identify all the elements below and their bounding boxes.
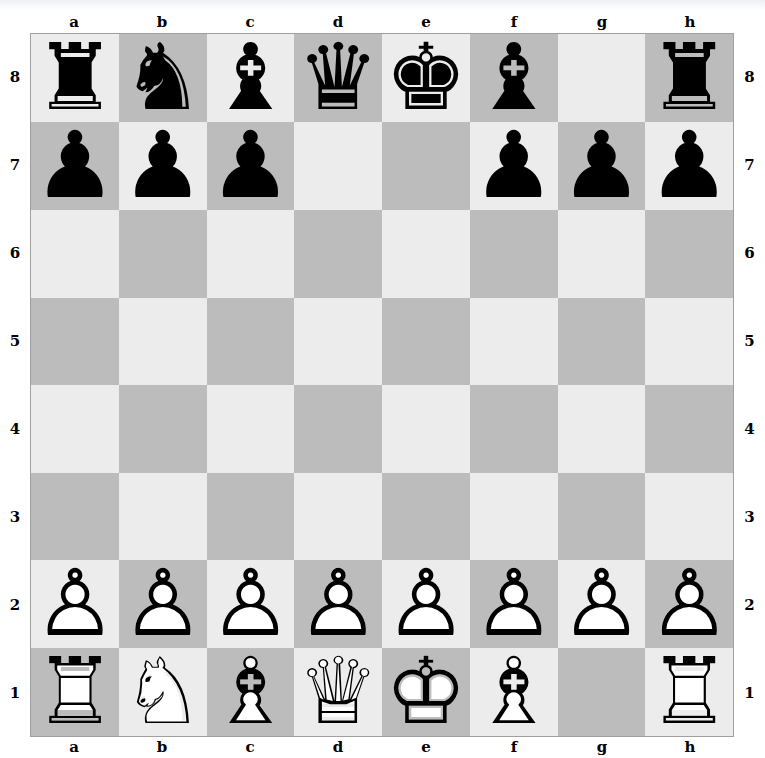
square-a2[interactable]: ♟♙ [31,560,119,648]
square-f8[interactable]: ♝ [470,34,558,122]
black-rook-piece: ♜ [34,34,116,122]
square-g3[interactable] [558,473,646,561]
rank-labels-right: 87654321 [734,33,765,737]
square-f6[interactable] [470,210,558,298]
piece-outline: ♖ [648,638,730,745]
square-c2[interactable]: ♟♙ [207,560,295,648]
square-g1[interactable] [558,648,646,736]
white-queen-piece: ♛♕ [297,648,379,736]
black-pawn-piece: ♟ [472,122,554,210]
square-b4[interactable] [119,385,207,473]
square-c3[interactable] [207,473,295,561]
square-c8[interactable]: ♝ [207,34,295,122]
white-bishop-piece: ♝♗ [472,648,554,736]
rank-label-4: 4 [0,385,30,473]
rank-label-8: 8 [734,33,765,121]
black-rook-piece: ♜ [648,34,730,122]
white-pawn-piece: ♟♙ [121,560,203,648]
black-queen-piece: ♛ [297,34,379,122]
square-c7[interactable]: ♟ [207,122,295,210]
white-rook-piece: ♜♖ [648,648,730,736]
square-h7[interactable]: ♟ [645,122,733,210]
square-h2[interactable]: ♟♙ [645,560,733,648]
square-h1[interactable]: ♜♖ [645,648,733,736]
white-pawn-piece: ♟♙ [209,560,291,648]
square-c6[interactable] [207,210,295,298]
square-g4[interactable] [558,385,646,473]
square-h5[interactable] [645,298,733,386]
white-rook-piece: ♜♖ [34,648,116,736]
square-h4[interactable] [645,385,733,473]
black-king-piece: ♚ [385,34,467,122]
square-b2[interactable]: ♟♙ [119,560,207,648]
square-f1[interactable]: ♝♗ [470,648,558,736]
corner-top-left [0,0,30,33]
corner-bottom-right [734,737,765,758]
piece-outline: ♗ [209,638,291,745]
square-b7[interactable]: ♟ [119,122,207,210]
rank-label-6: 6 [0,209,30,297]
rank-label-1: 1 [734,649,765,737]
chess-board: ♜♞♝♛♚♝♜♟♟♟♟♟♟♟♙♟♙♟♙♟♙♟♙♟♙♟♙♟♙♜♖♞♘♝♗♛♕♚♔♝… [30,33,734,737]
corner-top-right [734,0,765,33]
square-g8[interactable] [558,34,646,122]
square-d7[interactable] [294,122,382,210]
black-bishop-piece: ♝ [209,34,291,122]
chess-diagram-page: { "game": "chess", "position": { "fen": … [0,0,765,758]
square-a6[interactable] [31,210,119,298]
white-pawn-piece: ♟♙ [297,560,379,648]
square-d8[interactable]: ♛ [294,34,382,122]
piece-outline: ♙ [560,550,642,657]
board-layout: abcdefgh 87654321 ♜♞♝♛♚♝♜♟♟♟♟♟♟♟♙♟♙♟♙♟♙♟… [0,0,765,758]
square-g5[interactable] [558,298,646,386]
square-f7[interactable]: ♟ [470,122,558,210]
black-pawn-piece: ♟ [121,122,203,210]
square-d2[interactable]: ♟♙ [294,560,382,648]
piece-outline: ♗ [472,638,554,745]
black-pawn-piece: ♟ [209,122,291,210]
square-e3[interactable] [382,473,470,561]
square-h8[interactable]: ♜ [645,34,733,122]
square-f4[interactable] [470,385,558,473]
square-e1[interactable]: ♚♔ [382,648,470,736]
square-g2[interactable]: ♟♙ [558,560,646,648]
black-pawn-piece: ♟ [34,122,116,210]
corner-bottom-left [0,737,30,758]
rank-label-7: 7 [0,121,30,209]
piece-outline: ♘ [121,638,203,745]
rank-label-2: 2 [734,561,765,649]
white-pawn-piece: ♟♙ [560,560,642,648]
white-pawn-piece: ♟♙ [472,560,554,648]
square-e7[interactable] [382,122,470,210]
square-b8[interactable]: ♞ [119,34,207,122]
file-label-g: g [558,737,646,756]
square-b1[interactable]: ♞♘ [119,648,207,736]
square-a5[interactable] [31,298,119,386]
rank-label-4: 4 [734,385,765,473]
square-d1[interactable]: ♛♕ [294,648,382,736]
square-e6[interactable] [382,210,470,298]
rank-label-7: 7 [734,121,765,209]
square-g6[interactable] [558,210,646,298]
square-d6[interactable] [294,210,382,298]
square-c1[interactable]: ♝♗ [207,648,295,736]
square-b5[interactable] [119,298,207,386]
white-king-piece: ♚♔ [385,648,467,736]
square-a7[interactable]: ♟ [31,122,119,210]
piece-outline: ♕ [297,638,379,745]
rank-label-3: 3 [0,473,30,561]
square-a8[interactable]: ♜ [31,34,119,122]
rank-label-3: 3 [734,473,765,561]
square-d4[interactable] [294,385,382,473]
square-f5[interactable] [470,298,558,386]
square-h3[interactable] [645,473,733,561]
piece-outline: ♔ [385,638,467,745]
square-c4[interactable] [207,385,295,473]
square-a3[interactable] [31,473,119,561]
black-pawn-piece: ♟ [560,122,642,210]
square-b3[interactable] [119,473,207,561]
square-a4[interactable] [31,385,119,473]
piece-outline: ♖ [34,638,116,745]
rank-label-5: 5 [734,297,765,385]
square-d3[interactable] [294,473,382,561]
square-a1[interactable]: ♜♖ [31,648,119,736]
rank-labels-left: 87654321 [0,33,30,737]
square-g7[interactable]: ♟ [558,122,646,210]
square-f3[interactable] [470,473,558,561]
white-knight-piece: ♞♘ [121,648,203,736]
white-pawn-piece: ♟♙ [385,560,467,648]
rank-label-2: 2 [0,561,30,649]
square-e8[interactable]: ♚ [382,34,470,122]
file-label-g: g [558,13,646,33]
rank-label-5: 5 [0,297,30,385]
square-c5[interactable] [207,298,295,386]
white-pawn-piece: ♟♙ [34,560,116,648]
square-d5[interactable] [294,298,382,386]
rank-label-8: 8 [0,33,30,121]
square-h6[interactable] [645,210,733,298]
square-e2[interactable]: ♟♙ [382,560,470,648]
square-b6[interactable] [119,210,207,298]
rank-label-1: 1 [0,649,30,737]
square-f2[interactable]: ♟♙ [470,560,558,648]
rank-label-6: 6 [734,209,765,297]
white-bishop-piece: ♝♗ [209,648,291,736]
black-pawn-piece: ♟ [648,122,730,210]
square-e4[interactable] [382,385,470,473]
square-e5[interactable] [382,298,470,386]
white-pawn-piece: ♟♙ [648,560,730,648]
black-bishop-piece: ♝ [472,34,554,122]
black-knight-piece: ♞ [121,34,203,122]
